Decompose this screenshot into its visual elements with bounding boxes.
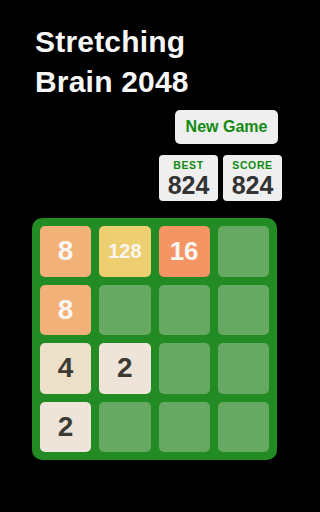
tile-8: 8	[40, 285, 91, 336]
empty-cell	[159, 343, 210, 394]
best-score-box: BEST 824	[159, 155, 218, 201]
tile-2: 2	[40, 402, 91, 453]
tile-8: 8	[40, 226, 91, 277]
current-score-box: SCORE 824	[223, 155, 282, 201]
empty-cell	[218, 402, 269, 453]
tile-128: 128	[99, 226, 150, 277]
score-row: BEST 824 SCORE 824	[159, 155, 282, 201]
tile-16: 16	[159, 226, 210, 277]
empty-cell	[159, 285, 210, 336]
game-board[interactable]: 8128168422	[32, 218, 277, 460]
new-game-button[interactable]: New Game	[175, 110, 278, 144]
page-title: Stretching Brain 2048	[35, 22, 189, 102]
tile-2: 2	[99, 343, 150, 394]
best-score-value: 824	[168, 172, 210, 199]
empty-cell	[159, 402, 210, 453]
current-score-value: 824	[232, 172, 274, 199]
empty-cell	[99, 285, 150, 336]
empty-cell	[218, 226, 269, 277]
empty-cell	[99, 402, 150, 453]
empty-cell	[218, 343, 269, 394]
tile-4: 4	[40, 343, 91, 394]
empty-cell	[218, 285, 269, 336]
